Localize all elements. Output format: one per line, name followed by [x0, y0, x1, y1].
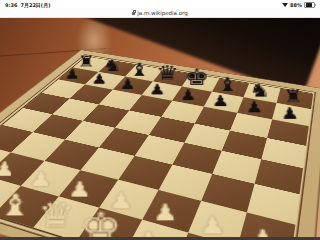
chess-piece: ♟: [245, 100, 264, 116]
chess-photo[interactable]: ♜♞♝♛♚♝♞♜♟♟♟♟♟♟♟♟♟♟♟♟♟♟♟♟♜♞♝♛♚♝♞♜: [0, 17, 320, 240]
chess-piece: ♟: [280, 106, 299, 122]
board-square: [135, 135, 185, 165]
chess-piece: ♟: [29, 170, 53, 191]
chess-piece: ♟: [180, 88, 197, 103]
lock-icon: [132, 12, 135, 15]
chess-piece: ♜: [282, 87, 304, 105]
board-square: ♟: [237, 97, 276, 119]
board-square: ♟: [188, 201, 247, 240]
chess-piece: ♛: [37, 199, 76, 233]
chess-piece: ♟: [149, 83, 166, 98]
chess-piece: ♟: [153, 202, 178, 225]
chess-piece: ♜: [77, 54, 95, 69]
chess-piece: ♝: [0, 190, 32, 220]
chess-piece: ♟: [91, 73, 107, 87]
chess-piece: ♚: [184, 66, 210, 88]
url-text: ja.m.wikipedia.org: [137, 10, 188, 16]
chess-piece: ♟: [200, 214, 226, 238]
chess-piece: ♚: [79, 208, 122, 240]
chess-piece: ♟: [0, 160, 16, 180]
board-grid: ♜♞♝♛♚♝♞♜♟♟♟♟♟♟♟♟♟♟♟♟♟♟♟♟♜♞♝♛♚♝♞♜: [0, 56, 312, 240]
chess-piece: ♟: [212, 94, 230, 109]
safari-window: 9:36 7月22日(月) 88% ja.m.wikipedia.org ♜♞♝…: [0, 0, 320, 240]
chess-piece: ♟: [119, 78, 135, 92]
board-square: ♟: [238, 212, 296, 240]
chess-piece: ♟: [64, 68, 80, 82]
url-bar[interactable]: ja.m.wikipedia.org: [0, 8, 320, 18]
wifi-icon: [282, 3, 288, 7]
